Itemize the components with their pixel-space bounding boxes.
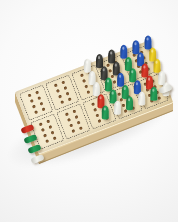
peg-green[interactable] xyxy=(150,87,157,101)
peg-green[interactable] xyxy=(126,96,133,110)
peg-white[interactable] xyxy=(138,92,145,106)
peg-white[interactable] xyxy=(113,101,120,115)
scene xyxy=(0,0,178,222)
peg-green[interactable] xyxy=(101,106,108,120)
